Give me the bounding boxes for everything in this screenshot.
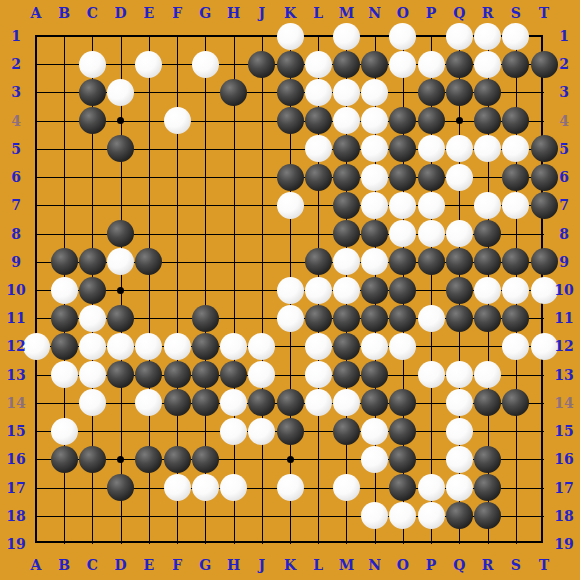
column-label-bottom-S: S xyxy=(505,557,527,573)
black-stone-K14[interactable] xyxy=(277,389,304,416)
black-stone-L11[interactable] xyxy=(305,305,332,332)
black-stone-C3[interactable] xyxy=(79,79,106,106)
white-stone-G17[interactable] xyxy=(192,474,219,501)
row-label-right-1: 1 xyxy=(551,28,577,44)
row-label-left-18: 18 xyxy=(3,508,29,524)
column-label-top-N: N xyxy=(364,5,386,21)
black-stone-B9[interactable] xyxy=(51,248,78,275)
black-stone-N8[interactable] xyxy=(361,220,388,247)
black-stone-R17[interactable] xyxy=(474,474,501,501)
white-stone-N12[interactable] xyxy=(361,333,388,360)
row-label-left-16: 16 xyxy=(3,451,29,467)
black-stone-K15[interactable] xyxy=(277,418,304,445)
white-stone-R7[interactable] xyxy=(474,192,501,219)
white-stone-K10[interactable] xyxy=(277,277,304,304)
black-stone-R8[interactable] xyxy=(474,220,501,247)
column-label-top-R: R xyxy=(477,5,499,21)
star-point xyxy=(456,117,463,124)
row-label-right-15: 15 xyxy=(551,423,577,439)
black-stone-M2[interactable] xyxy=(333,51,360,78)
row-label-right-8: 8 xyxy=(551,226,577,242)
white-stone-M1[interactable] xyxy=(333,23,360,50)
white-stone-S1[interactable] xyxy=(502,23,529,50)
black-stone-F13[interactable] xyxy=(164,361,191,388)
white-stone-O2[interactable] xyxy=(389,51,416,78)
white-stone-N6[interactable] xyxy=(361,164,388,191)
white-stone-O7[interactable] xyxy=(389,192,416,219)
black-stone-R16[interactable] xyxy=(474,446,501,473)
black-stone-N11[interactable] xyxy=(361,305,388,332)
row-label-left-12: 12 xyxy=(3,338,29,354)
row-label-left-19: 19 xyxy=(3,536,29,552)
go-app-screen: AABBCCDDEEFFGGHHJJKKLLMMNNOOPPQQRRSSTT11… xyxy=(0,0,580,580)
white-stone-L14[interactable] xyxy=(305,389,332,416)
column-label-bottom-E: E xyxy=(138,557,160,573)
row-label-right-17: 17 xyxy=(551,480,577,496)
black-stone-O10[interactable] xyxy=(389,277,416,304)
white-stone-N15[interactable] xyxy=(361,418,388,445)
black-stone-K3[interactable] xyxy=(277,79,304,106)
row-label-left-14: 14 xyxy=(3,395,29,411)
row-label-right-13: 13 xyxy=(551,367,577,383)
black-stone-J2[interactable] xyxy=(248,51,275,78)
white-stone-F17[interactable] xyxy=(164,474,191,501)
white-stone-H17[interactable] xyxy=(220,474,247,501)
white-stone-B15[interactable] xyxy=(51,418,78,445)
black-stone-N2[interactable] xyxy=(361,51,388,78)
column-label-top-Q: Q xyxy=(448,5,470,21)
black-stone-N10[interactable] xyxy=(361,277,388,304)
row-label-left-15: 15 xyxy=(3,423,29,439)
column-label-bottom-N: N xyxy=(364,557,386,573)
white-stone-M10[interactable] xyxy=(333,277,360,304)
black-stone-C9[interactable] xyxy=(79,248,106,275)
column-label-top-C: C xyxy=(81,5,103,21)
column-label-bottom-K: K xyxy=(279,557,301,573)
black-stone-D11[interactable] xyxy=(107,305,134,332)
row-label-right-16: 16 xyxy=(551,451,577,467)
row-label-left-9: 9 xyxy=(3,254,29,270)
white-stone-B10[interactable] xyxy=(51,277,78,304)
black-stone-M11[interactable] xyxy=(333,305,360,332)
black-stone-E16[interactable] xyxy=(135,446,162,473)
row-label-right-19: 19 xyxy=(551,536,577,552)
row-label-left-8: 8 xyxy=(3,226,29,242)
black-stone-S2[interactable] xyxy=(502,51,529,78)
column-label-bottom-G: G xyxy=(194,557,216,573)
black-stone-K4[interactable] xyxy=(277,107,304,134)
white-stone-E2[interactable] xyxy=(135,51,162,78)
black-stone-B16[interactable] xyxy=(51,446,78,473)
row-label-left-11: 11 xyxy=(3,310,29,326)
black-stone-P4[interactable] xyxy=(418,107,445,134)
column-label-top-G: G xyxy=(194,5,216,21)
row-label-left-3: 3 xyxy=(3,84,29,100)
row-label-right-10: 10 xyxy=(551,282,577,298)
white-stone-P2[interactable] xyxy=(418,51,445,78)
black-stone-R3[interactable] xyxy=(474,79,501,106)
black-stone-L4[interactable] xyxy=(305,107,332,134)
white-stone-P18[interactable] xyxy=(418,502,445,529)
row-label-right-12: 12 xyxy=(551,338,577,354)
column-label-top-S: S xyxy=(505,5,527,21)
column-label-top-D: D xyxy=(110,5,132,21)
black-stone-R11[interactable] xyxy=(474,305,501,332)
star-point xyxy=(117,287,124,294)
black-stone-B12[interactable] xyxy=(51,333,78,360)
row-label-left-1: 1 xyxy=(3,28,29,44)
black-stone-Q10[interactable] xyxy=(446,277,473,304)
black-stone-O11[interactable] xyxy=(389,305,416,332)
black-stone-S6[interactable] xyxy=(502,164,529,191)
white-stone-K7[interactable] xyxy=(277,192,304,219)
column-label-top-T: T xyxy=(533,5,555,21)
white-stone-D3[interactable] xyxy=(107,79,134,106)
column-label-bottom-P: P xyxy=(420,557,442,573)
row-label-right-14: 14 xyxy=(551,395,577,411)
white-stone-L12[interactable] xyxy=(305,333,332,360)
black-stone-C10[interactable] xyxy=(79,277,106,304)
black-stone-G13[interactable] xyxy=(192,361,219,388)
white-stone-H15[interactable] xyxy=(220,418,247,445)
column-label-bottom-B: B xyxy=(53,557,75,573)
white-stone-C2[interactable] xyxy=(79,51,106,78)
black-stone-Q18[interactable] xyxy=(446,502,473,529)
column-label-bottom-O: O xyxy=(392,557,414,573)
row-label-right-7: 7 xyxy=(551,197,577,213)
black-stone-H13[interactable] xyxy=(220,361,247,388)
black-stone-B11[interactable] xyxy=(51,305,78,332)
white-stone-P11[interactable] xyxy=(418,305,445,332)
white-stone-K1[interactable] xyxy=(277,23,304,50)
white-stone-Q15[interactable] xyxy=(446,418,473,445)
white-stone-N3[interactable] xyxy=(361,79,388,106)
black-stone-Q9[interactable] xyxy=(446,248,473,275)
row-label-left-6: 6 xyxy=(3,169,29,185)
white-stone-F12[interactable] xyxy=(164,333,191,360)
white-stone-L10[interactable] xyxy=(305,277,332,304)
white-stone-R13[interactable] xyxy=(474,361,501,388)
black-stone-Q11[interactable] xyxy=(446,305,473,332)
white-stone-B13[interactable] xyxy=(51,361,78,388)
column-label-top-A: A xyxy=(25,5,47,21)
black-stone-M8[interactable] xyxy=(333,220,360,247)
white-stone-O1[interactable] xyxy=(389,23,416,50)
black-stone-O16[interactable] xyxy=(389,446,416,473)
column-label-bottom-J: J xyxy=(251,557,273,573)
row-label-left-13: 13 xyxy=(3,367,29,383)
column-label-top-M: M xyxy=(335,5,357,21)
black-stone-C4[interactable] xyxy=(79,107,106,134)
black-stone-G16[interactable] xyxy=(192,446,219,473)
white-stone-C13[interactable] xyxy=(79,361,106,388)
white-stone-P8[interactable] xyxy=(418,220,445,247)
white-stone-Q17[interactable] xyxy=(446,474,473,501)
white-stone-Q5[interactable] xyxy=(446,135,473,162)
black-stone-D17[interactable] xyxy=(107,474,134,501)
black-stone-P6[interactable] xyxy=(418,164,445,191)
white-stone-M3[interactable] xyxy=(333,79,360,106)
column-label-bottom-F: F xyxy=(166,557,188,573)
column-label-top-H: H xyxy=(223,5,245,21)
black-stone-M12[interactable] xyxy=(333,333,360,360)
column-label-top-P: P xyxy=(420,5,442,21)
row-label-right-18: 18 xyxy=(551,508,577,524)
column-label-bottom-Q: Q xyxy=(448,557,470,573)
white-stone-M4[interactable] xyxy=(333,107,360,134)
black-stone-P9[interactable] xyxy=(418,248,445,275)
white-stone-M17[interactable] xyxy=(333,474,360,501)
white-stone-G2[interactable] xyxy=(192,51,219,78)
column-label-top-J: J xyxy=(251,5,273,21)
black-stone-Q2[interactable] xyxy=(446,51,473,78)
white-stone-H12[interactable] xyxy=(220,333,247,360)
black-stone-G11[interactable] xyxy=(192,305,219,332)
white-stone-C12[interactable] xyxy=(79,333,106,360)
white-stone-L3[interactable] xyxy=(305,79,332,106)
white-stone-K17[interactable] xyxy=(277,474,304,501)
black-stone-M15[interactable] xyxy=(333,418,360,445)
white-stone-R1[interactable] xyxy=(474,23,501,50)
column-label-bottom-R: R xyxy=(477,557,499,573)
row-label-left-5: 5 xyxy=(3,141,29,157)
white-stone-Q8[interactable] xyxy=(446,220,473,247)
white-stone-Q14[interactable] xyxy=(446,389,473,416)
column-label-top-F: F xyxy=(166,5,188,21)
black-stone-G12[interactable] xyxy=(192,333,219,360)
row-label-left-4: 4 xyxy=(3,113,29,129)
white-stone-D12[interactable] xyxy=(107,333,134,360)
column-label-top-O: O xyxy=(392,5,414,21)
black-stone-G14[interactable] xyxy=(192,389,219,416)
black-stone-K2[interactable] xyxy=(277,51,304,78)
black-stone-K6[interactable] xyxy=(277,164,304,191)
row-label-left-10: 10 xyxy=(3,282,29,298)
white-stone-Q6[interactable] xyxy=(446,164,473,191)
column-label-bottom-L: L xyxy=(307,557,329,573)
white-stone-F4[interactable] xyxy=(164,107,191,134)
row-label-left-2: 2 xyxy=(3,56,29,72)
row-label-right-5: 5 xyxy=(551,141,577,157)
black-stone-S11[interactable] xyxy=(502,305,529,332)
row-label-right-2: 2 xyxy=(551,56,577,72)
column-label-top-B: B xyxy=(53,5,75,21)
black-stone-M13[interactable] xyxy=(333,361,360,388)
column-label-bottom-D: D xyxy=(110,557,132,573)
column-label-bottom-M: M xyxy=(335,557,357,573)
black-stone-L9[interactable] xyxy=(305,248,332,275)
white-stone-J15[interactable] xyxy=(248,418,275,445)
black-stone-P3[interactable] xyxy=(418,79,445,106)
white-stone-L5[interactable] xyxy=(305,135,332,162)
black-stone-O6[interactable] xyxy=(389,164,416,191)
column-label-bottom-T: T xyxy=(533,557,555,573)
white-stone-Q13[interactable] xyxy=(446,361,473,388)
black-stone-H3[interactable] xyxy=(220,79,247,106)
row-label-right-6: 6 xyxy=(551,169,577,185)
white-stone-C11[interactable] xyxy=(79,305,106,332)
white-stone-N16[interactable] xyxy=(361,446,388,473)
white-stone-J12[interactable] xyxy=(248,333,275,360)
column-label-top-K: K xyxy=(279,5,301,21)
star-point xyxy=(287,456,294,463)
row-label-right-9: 9 xyxy=(551,254,577,270)
black-stone-F16[interactable] xyxy=(164,446,191,473)
black-stone-R4[interactable] xyxy=(474,107,501,134)
column-label-bottom-C: C xyxy=(81,557,103,573)
white-stone-M9[interactable] xyxy=(333,248,360,275)
row-label-left-17: 17 xyxy=(3,480,29,496)
white-stone-P5[interactable] xyxy=(418,135,445,162)
black-stone-C16[interactable] xyxy=(79,446,106,473)
black-stone-M7[interactable] xyxy=(333,192,360,219)
black-stone-M6[interactable] xyxy=(333,164,360,191)
column-label-top-E: E xyxy=(138,5,160,21)
row-label-right-4: 4 xyxy=(551,113,577,129)
column-label-bottom-A: A xyxy=(25,557,47,573)
white-stone-R10[interactable] xyxy=(474,277,501,304)
row-label-right-3: 3 xyxy=(551,84,577,100)
white-stone-Q1[interactable] xyxy=(446,23,473,50)
white-stone-S12[interactable] xyxy=(502,333,529,360)
black-stone-D8[interactable] xyxy=(107,220,134,247)
column-label-top-L: L xyxy=(307,5,329,21)
black-stone-Q3[interactable] xyxy=(446,79,473,106)
white-stone-S7[interactable] xyxy=(502,192,529,219)
white-stone-P7[interactable] xyxy=(418,192,445,219)
white-stone-L13[interactable] xyxy=(305,361,332,388)
white-stone-P13[interactable] xyxy=(418,361,445,388)
black-stone-O15[interactable] xyxy=(389,418,416,445)
black-stone-F14[interactable] xyxy=(164,389,191,416)
row-label-left-7: 7 xyxy=(3,197,29,213)
column-label-bottom-H: H xyxy=(223,557,245,573)
white-stone-N7[interactable] xyxy=(361,192,388,219)
white-stone-R2[interactable] xyxy=(474,51,501,78)
white-stone-K11[interactable] xyxy=(277,305,304,332)
row-label-right-11: 11 xyxy=(551,310,577,326)
white-stone-L2[interactable] xyxy=(305,51,332,78)
white-stone-S10[interactable] xyxy=(502,277,529,304)
white-stone-P17[interactable] xyxy=(418,474,445,501)
black-stone-L6[interactable] xyxy=(305,164,332,191)
white-stone-Q16[interactable] xyxy=(446,446,473,473)
star-point xyxy=(117,456,124,463)
